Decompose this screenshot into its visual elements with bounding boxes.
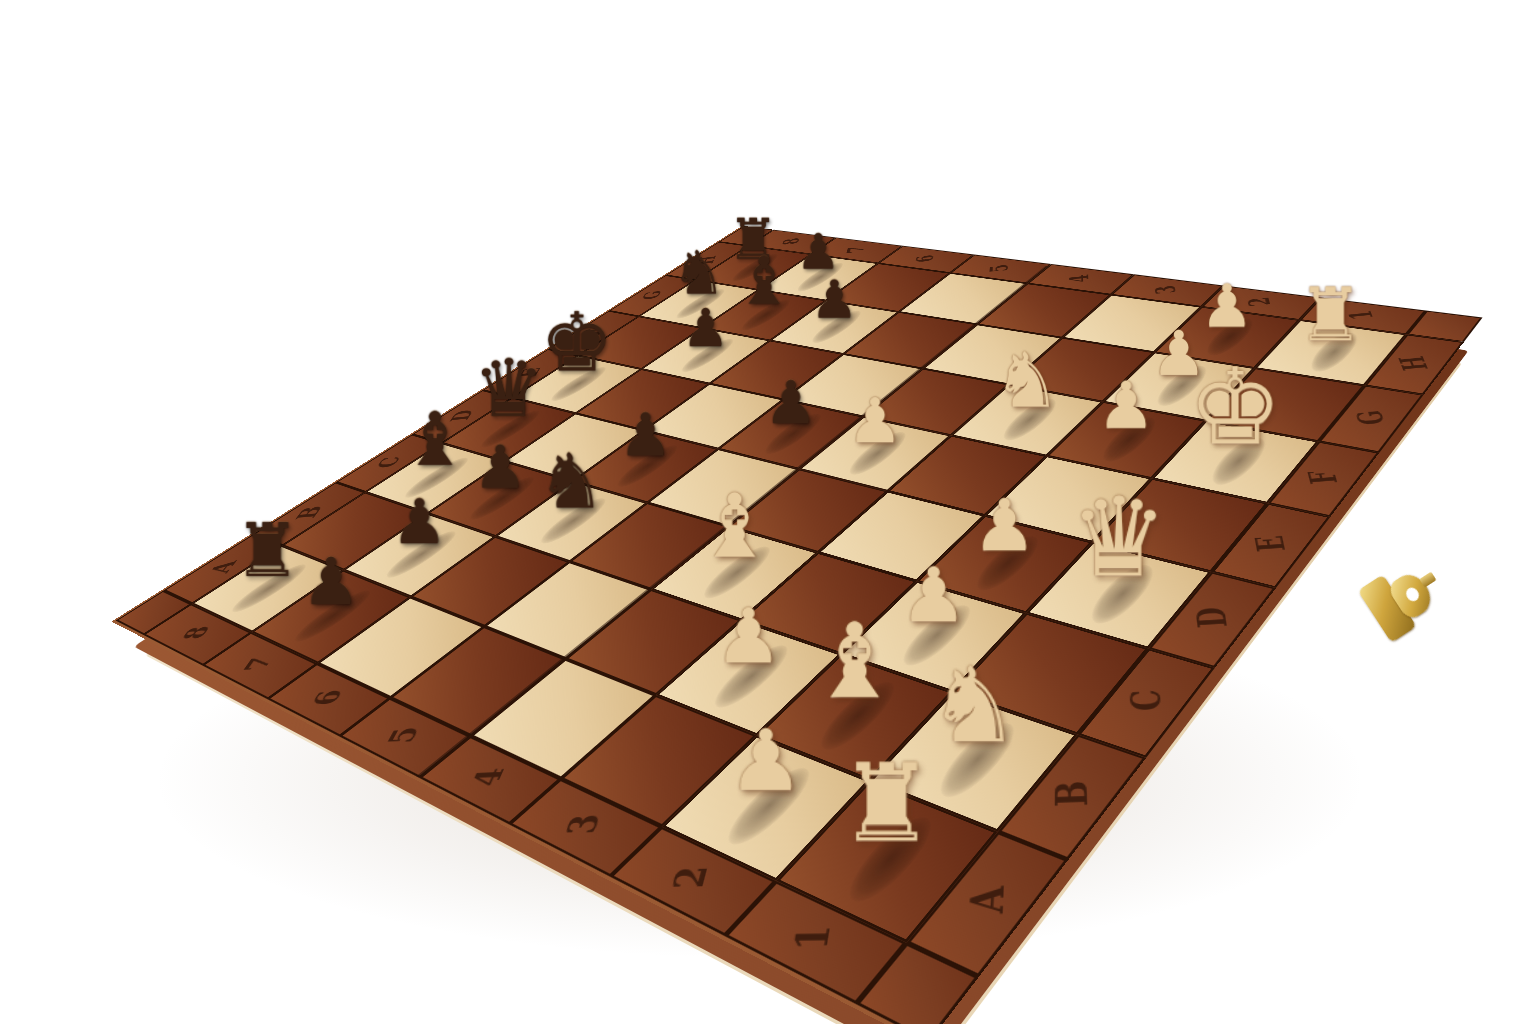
black-knight-glyph: ♞ (537, 444, 605, 520)
black-bishop-glyph: ♝ (735, 249, 794, 314)
file-label-text: E (1246, 534, 1293, 553)
rank-label-text: 3 (1149, 284, 1182, 295)
white-pawn-glyph: ♟ (972, 490, 1036, 562)
white-bishop-glyph: ♝ (695, 483, 774, 571)
white-pawn-glyph: ♟ (1200, 277, 1253, 336)
file-label-text: B (1046, 780, 1097, 807)
rank-label-text: 4 (1064, 273, 1095, 284)
rank-label-text: 7 (236, 656, 280, 672)
black-pawn-glyph: ♟ (764, 373, 817, 432)
black-pawn-glyph: ♟ (474, 438, 527, 497)
rank-label-text: 8 (175, 625, 217, 640)
black-queen-glyph: ♛ (473, 349, 544, 428)
black-king-glyph: ♚ (540, 302, 613, 383)
rank-label-text: 5 (984, 263, 1013, 273)
white-pawn-glyph: ♟ (728, 719, 804, 804)
white-rook-glyph: ♜ (1298, 277, 1364, 351)
white-pawn-glyph: ♟ (900, 558, 968, 634)
white-pawn-glyph: ♟ (1097, 373, 1155, 438)
black-pawn-glyph: ♟ (302, 550, 360, 615)
rank-label-text: 4 (463, 768, 513, 788)
product-photo-scene: ABCDEFGH8♜♝♛♚♞♜87♟♟♟♟♝♟76♞♟♟65♟54♝♟43♟♞3… (0, 0, 1536, 1024)
white-pawn-glyph: ♟ (847, 390, 903, 452)
rank-label-text: 1 (784, 925, 841, 951)
rank-label-text: 7 (841, 245, 869, 255)
file-label-text: D (1187, 606, 1236, 629)
file-label-text: F (1300, 469, 1345, 485)
black-pawn-glyph: ♟ (392, 491, 448, 553)
rank-label-text: 2 (663, 866, 717, 890)
black-pawn-glyph: ♟ (811, 274, 858, 327)
perspective-wrapper: ABCDEFGH8♜♝♛♚♞♜87♟♟♟♟♝♟76♞♟♟65♟54♝♟43♟♞3… (0, 0, 1536, 1024)
black-rook-glyph: ♜ (234, 513, 300, 587)
black-knight-glyph: ♞ (672, 243, 726, 303)
white-pawn-glyph: ♟ (715, 599, 783, 675)
file-label-text: H (1391, 355, 1435, 372)
rank-label-text: 6 (304, 689, 350, 707)
rank-label-text: 6 (910, 254, 939, 264)
white-king-glyph: ♚ (1188, 354, 1283, 459)
black-pawn-glyph: ♟ (619, 406, 672, 465)
white-knight-glyph: ♞ (993, 343, 1061, 419)
black-bishop-glyph: ♝ (402, 403, 468, 476)
rank-label-text: 5 (379, 726, 427, 745)
chess-board: ABCDEFGH8♜♝♛♚♞♜87♟♟♟♟♝♟76♞♟♟65♟54♝♟43♟♞3… (112, 227, 1479, 1024)
white-knight-glyph: ♞ (927, 654, 1020, 758)
rank-label-text: 3 (557, 814, 609, 836)
file-label-text: G (1348, 409, 1393, 426)
white-bishop-glyph: ♝ (808, 610, 900, 713)
file-label-text: A (959, 885, 1014, 913)
file-label-text: G (637, 289, 667, 300)
file-label-text: C (1121, 688, 1171, 711)
white-rook-glyph: ♜ (839, 748, 936, 856)
folding-chess-board: ABCDEFGH8♜♝♛♚♞♜87♟♟♟♟♝♟76♞♟♟65♟54♝♟43♟♞3… (112, 227, 1479, 1024)
white-queen-glyph: ♛ (1070, 483, 1168, 593)
black-pawn-glyph: ♟ (682, 302, 729, 355)
